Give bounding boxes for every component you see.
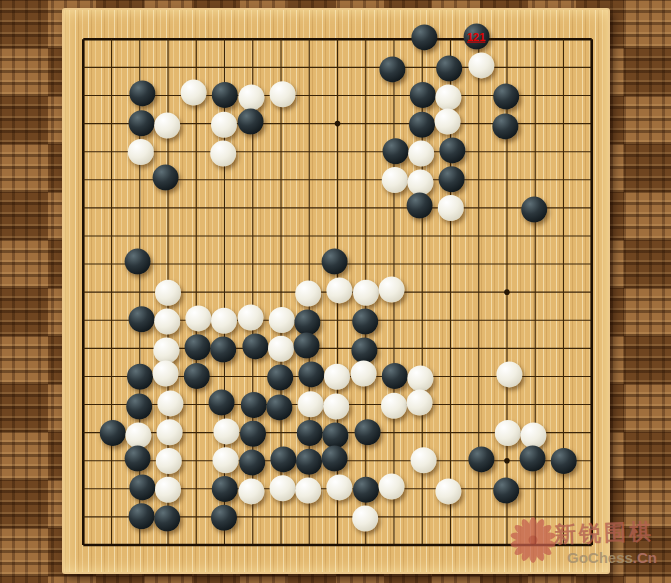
intersection[interactable] — [521, 531, 549, 559]
intersection[interactable] — [352, 25, 380, 53]
intersection[interactable] — [182, 25, 210, 53]
intersection[interactable] — [239, 53, 267, 81]
intersection[interactable] — [210, 278, 238, 306]
intersection[interactable] — [352, 531, 380, 559]
intersection[interactable] — [408, 250, 436, 278]
intersection[interactable] — [295, 110, 323, 138]
intersection[interactable] — [239, 419, 267, 447]
intersection[interactable] — [408, 25, 436, 53]
intersection[interactable] — [549, 25, 577, 53]
intersection[interactable] — [154, 25, 182, 53]
intersection[interactable] — [380, 390, 408, 418]
intersection[interactable] — [549, 419, 577, 447]
intersection[interactable] — [464, 475, 492, 503]
intersection[interactable] — [295, 194, 323, 222]
intersection[interactable] — [267, 306, 295, 334]
intersection[interactable] — [295, 362, 323, 390]
intersection[interactable] — [239, 306, 267, 334]
intersection[interactable] — [126, 334, 154, 362]
intersection[interactable] — [352, 419, 380, 447]
intersection[interactable] — [521, 81, 549, 109]
intersection[interactable] — [154, 362, 182, 390]
intersection[interactable] — [408, 278, 436, 306]
intersection[interactable] — [126, 278, 154, 306]
intersection[interactable] — [126, 194, 154, 222]
intersection[interactable] — [493, 390, 521, 418]
intersection[interactable] — [493, 250, 521, 278]
intersection[interactable] — [239, 278, 267, 306]
intersection[interactable] — [69, 475, 97, 503]
go-board[interactable]: 121 — [62, 8, 610, 574]
intersection[interactable] — [436, 531, 464, 559]
intersection[interactable] — [97, 194, 125, 222]
intersection[interactable] — [239, 194, 267, 222]
intersection[interactable] — [210, 166, 238, 194]
intersection[interactable] — [380, 531, 408, 559]
intersection[interactable] — [239, 475, 267, 503]
intersection[interactable] — [182, 447, 210, 475]
intersection[interactable] — [521, 334, 549, 362]
intersection[interactable] — [210, 362, 238, 390]
intersection[interactable] — [436, 390, 464, 418]
intersection[interactable] — [97, 362, 125, 390]
intersection[interactable] — [126, 222, 154, 250]
intersection[interactable] — [126, 166, 154, 194]
intersection[interactable] — [267, 110, 295, 138]
intersection[interactable] — [464, 503, 492, 531]
intersection[interactable] — [352, 250, 380, 278]
intersection[interactable] — [69, 503, 97, 531]
intersection[interactable] — [126, 362, 154, 390]
intersection[interactable] — [436, 306, 464, 334]
intersection[interactable] — [577, 419, 605, 447]
intersection[interactable] — [408, 222, 436, 250]
intersection[interactable] — [436, 110, 464, 138]
intersection[interactable] — [380, 25, 408, 53]
intersection[interactable] — [577, 362, 605, 390]
intersection[interactable] — [352, 110, 380, 138]
intersection[interactable] — [97, 53, 125, 81]
intersection[interactable] — [493, 25, 521, 53]
intersection[interactable] — [267, 194, 295, 222]
intersection[interactable] — [97, 503, 125, 531]
intersection[interactable] — [210, 419, 238, 447]
intersection[interactable] — [521, 278, 549, 306]
intersection[interactable] — [521, 110, 549, 138]
intersection[interactable] — [577, 138, 605, 166]
intersection[interactable] — [69, 278, 97, 306]
intersection[interactable] — [323, 334, 351, 362]
intersection[interactable] — [436, 25, 464, 53]
intersection[interactable] — [493, 81, 521, 109]
intersection[interactable] — [210, 222, 238, 250]
intersection[interactable] — [182, 503, 210, 531]
intersection[interactable] — [436, 419, 464, 447]
intersection[interactable] — [182, 362, 210, 390]
intersection[interactable] — [380, 81, 408, 109]
intersection[interactable] — [69, 53, 97, 81]
intersection[interactable] — [521, 447, 549, 475]
intersection[interactable] — [493, 278, 521, 306]
intersection[interactable] — [380, 278, 408, 306]
intersection[interactable] — [69, 166, 97, 194]
intersection[interactable] — [239, 138, 267, 166]
intersection[interactable] — [380, 250, 408, 278]
intersection[interactable] — [295, 53, 323, 81]
intersection[interactable] — [126, 503, 154, 531]
intersection[interactable] — [408, 53, 436, 81]
intersection[interactable] — [408, 138, 436, 166]
intersection[interactable] — [210, 110, 238, 138]
intersection[interactable] — [295, 278, 323, 306]
intersection[interactable] — [210, 503, 238, 531]
intersection[interactable] — [380, 306, 408, 334]
intersection[interactable] — [97, 447, 125, 475]
intersection[interactable] — [182, 390, 210, 418]
intersection[interactable] — [464, 306, 492, 334]
intersection[interactable] — [549, 306, 577, 334]
intersection[interactable] — [69, 110, 97, 138]
intersection[interactable] — [380, 53, 408, 81]
intersection[interactable] — [267, 334, 295, 362]
intersection[interactable] — [352, 306, 380, 334]
intersection[interactable] — [69, 138, 97, 166]
intersection[interactable] — [267, 25, 295, 53]
intersection[interactable] — [295, 531, 323, 559]
intersection[interactable] — [352, 278, 380, 306]
intersection[interactable] — [408, 531, 436, 559]
intersection[interactable] — [521, 306, 549, 334]
intersection[interactable] — [323, 306, 351, 334]
intersection[interactable] — [154, 419, 182, 447]
intersection[interactable] — [69, 531, 97, 559]
intersection[interactable] — [295, 419, 323, 447]
intersection[interactable] — [295, 81, 323, 109]
intersection[interactable] — [380, 166, 408, 194]
intersection[interactable] — [239, 503, 267, 531]
intersection[interactable] — [493, 194, 521, 222]
intersection[interactable] — [295, 503, 323, 531]
intersection[interactable] — [380, 362, 408, 390]
intersection[interactable] — [267, 53, 295, 81]
intersection[interactable] — [154, 81, 182, 109]
intersection[interactable] — [380, 194, 408, 222]
intersection[interactable] — [210, 306, 238, 334]
intersection[interactable] — [577, 250, 605, 278]
intersection[interactable] — [210, 194, 238, 222]
intersection[interactable] — [493, 166, 521, 194]
intersection[interactable] — [210, 25, 238, 53]
intersection[interactable] — [577, 447, 605, 475]
intersection[interactable] — [493, 334, 521, 362]
intersection[interactable] — [126, 110, 154, 138]
intersection[interactable] — [549, 53, 577, 81]
intersection[interactable] — [521, 222, 549, 250]
intersection[interactable] — [352, 362, 380, 390]
intersection[interactable] — [436, 447, 464, 475]
intersection[interactable] — [323, 222, 351, 250]
intersection[interactable] — [549, 334, 577, 362]
intersection[interactable] — [408, 419, 436, 447]
intersection[interactable] — [464, 447, 492, 475]
intersection[interactable] — [182, 250, 210, 278]
intersection[interactable] — [97, 306, 125, 334]
intersection[interactable] — [577, 222, 605, 250]
intersection[interactable] — [267, 531, 295, 559]
intersection[interactable] — [352, 138, 380, 166]
intersection[interactable] — [436, 166, 464, 194]
intersection[interactable] — [577, 278, 605, 306]
intersection[interactable] — [521, 362, 549, 390]
intersection[interactable] — [97, 390, 125, 418]
intersection[interactable] — [493, 419, 521, 447]
intersection[interactable] — [323, 194, 351, 222]
intersection[interactable] — [295, 475, 323, 503]
intersection[interactable] — [267, 419, 295, 447]
intersection[interactable] — [436, 81, 464, 109]
intersection[interactable] — [210, 531, 238, 559]
intersection[interactable] — [239, 222, 267, 250]
intersection[interactable] — [69, 25, 97, 53]
intersection[interactable] — [464, 138, 492, 166]
intersection[interactable] — [154, 447, 182, 475]
intersection[interactable] — [154, 222, 182, 250]
intersection[interactable] — [239, 166, 267, 194]
intersection[interactable] — [295, 138, 323, 166]
intersection[interactable] — [154, 194, 182, 222]
intersection[interactable] — [126, 419, 154, 447]
intersection[interactable] — [239, 390, 267, 418]
intersection[interactable] — [549, 250, 577, 278]
intersection[interactable] — [295, 166, 323, 194]
intersection[interactable] — [97, 166, 125, 194]
intersection[interactable] — [549, 222, 577, 250]
intersection[interactable] — [295, 390, 323, 418]
intersection[interactable] — [464, 362, 492, 390]
intersection[interactable] — [126, 138, 154, 166]
intersection[interactable] — [97, 278, 125, 306]
intersection[interactable] — [239, 110, 267, 138]
intersection[interactable] — [267, 447, 295, 475]
intersection[interactable] — [210, 250, 238, 278]
intersection[interactable] — [408, 110, 436, 138]
intersection[interactable] — [182, 306, 210, 334]
intersection[interactable] — [97, 81, 125, 109]
intersection[interactable] — [182, 194, 210, 222]
intersection[interactable] — [182, 138, 210, 166]
intersection[interactable] — [154, 475, 182, 503]
intersection[interactable] — [352, 81, 380, 109]
intersection[interactable] — [154, 503, 182, 531]
intersection[interactable] — [323, 475, 351, 503]
intersection[interactable] — [521, 53, 549, 81]
intersection[interactable] — [352, 390, 380, 418]
intersection[interactable] — [154, 250, 182, 278]
intersection[interactable] — [464, 110, 492, 138]
intersection[interactable] — [295, 306, 323, 334]
intersection[interactable] — [408, 306, 436, 334]
intersection[interactable] — [521, 475, 549, 503]
intersection[interactable] — [493, 362, 521, 390]
intersection[interactable] — [577, 390, 605, 418]
intersection[interactable] — [210, 390, 238, 418]
intersection[interactable] — [352, 475, 380, 503]
intersection[interactable] — [380, 110, 408, 138]
intersection[interactable] — [436, 194, 464, 222]
intersection[interactable] — [267, 138, 295, 166]
intersection[interactable] — [126, 53, 154, 81]
intersection[interactable] — [577, 531, 605, 559]
intersection[interactable] — [69, 390, 97, 418]
intersection[interactable] — [97, 138, 125, 166]
intersection[interactable] — [154, 110, 182, 138]
intersection[interactable] — [323, 138, 351, 166]
intersection[interactable] — [464, 390, 492, 418]
intersection[interactable] — [69, 81, 97, 109]
intersection[interactable] — [323, 419, 351, 447]
intersection[interactable] — [493, 447, 521, 475]
intersection[interactable] — [436, 278, 464, 306]
intersection[interactable] — [408, 81, 436, 109]
intersection[interactable] — [577, 334, 605, 362]
intersection[interactable] — [323, 25, 351, 53]
intersection[interactable] — [154, 53, 182, 81]
intersection[interactable] — [436, 334, 464, 362]
intersection[interactable]: 121 — [464, 25, 492, 53]
intersection[interactable] — [408, 503, 436, 531]
intersection[interactable] — [577, 110, 605, 138]
intersection[interactable] — [380, 475, 408, 503]
intersection[interactable] — [549, 81, 577, 109]
intersection[interactable] — [126, 531, 154, 559]
intersection[interactable] — [408, 334, 436, 362]
intersection[interactable] — [380, 503, 408, 531]
intersection[interactable] — [549, 166, 577, 194]
intersection[interactable] — [352, 447, 380, 475]
intersection[interactable] — [549, 503, 577, 531]
intersection[interactable] — [493, 53, 521, 81]
intersection[interactable] — [464, 194, 492, 222]
intersection[interactable] — [464, 278, 492, 306]
intersection[interactable] — [97, 334, 125, 362]
intersection[interactable] — [464, 53, 492, 81]
intersection[interactable] — [577, 194, 605, 222]
intersection[interactable] — [549, 138, 577, 166]
intersection[interactable] — [577, 503, 605, 531]
intersection[interactable] — [352, 503, 380, 531]
intersection[interactable] — [549, 475, 577, 503]
intersection[interactable] — [521, 138, 549, 166]
intersection[interactable] — [464, 334, 492, 362]
intersection[interactable] — [210, 81, 238, 109]
intersection[interactable] — [295, 447, 323, 475]
intersection[interactable] — [464, 166, 492, 194]
intersection[interactable] — [352, 53, 380, 81]
intersection[interactable] — [267, 390, 295, 418]
intersection[interactable] — [267, 222, 295, 250]
intersection[interactable] — [323, 110, 351, 138]
intersection[interactable] — [380, 222, 408, 250]
intersection[interactable] — [408, 447, 436, 475]
intersection[interactable] — [493, 110, 521, 138]
intersection[interactable] — [436, 138, 464, 166]
intersection[interactable] — [182, 278, 210, 306]
intersection[interactable] — [69, 222, 97, 250]
intersection[interactable] — [295, 25, 323, 53]
intersection[interactable] — [408, 194, 436, 222]
intersection[interactable] — [521, 390, 549, 418]
intersection[interactable] — [182, 110, 210, 138]
intersection[interactable] — [239, 334, 267, 362]
intersection[interactable] — [408, 475, 436, 503]
intersection[interactable] — [323, 390, 351, 418]
intersection[interactable] — [436, 222, 464, 250]
intersection[interactable] — [267, 475, 295, 503]
intersection[interactable] — [182, 531, 210, 559]
intersection[interactable] — [154, 306, 182, 334]
intersection[interactable] — [549, 531, 577, 559]
intersection[interactable] — [521, 503, 549, 531]
intersection[interactable] — [97, 475, 125, 503]
intersection[interactable] — [69, 334, 97, 362]
intersection[interactable] — [267, 250, 295, 278]
intersection[interactable] — [69, 306, 97, 334]
intersection[interactable] — [182, 334, 210, 362]
intersection[interactable] — [182, 475, 210, 503]
intersection[interactable] — [126, 81, 154, 109]
intersection[interactable] — [323, 166, 351, 194]
intersection[interactable] — [182, 81, 210, 109]
intersection[interactable] — [210, 138, 238, 166]
intersection[interactable] — [267, 503, 295, 531]
intersection[interactable] — [408, 166, 436, 194]
intersection[interactable] — [126, 390, 154, 418]
intersection[interactable] — [295, 250, 323, 278]
intersection[interactable] — [577, 166, 605, 194]
intersection[interactable] — [521, 419, 549, 447]
intersection[interactable] — [182, 222, 210, 250]
intersection[interactable] — [267, 362, 295, 390]
intersection[interactable] — [493, 475, 521, 503]
intersection[interactable] — [239, 25, 267, 53]
intersection[interactable] — [97, 250, 125, 278]
intersection[interactable] — [154, 278, 182, 306]
intersection[interactable] — [436, 475, 464, 503]
intersection[interactable] — [69, 447, 97, 475]
intersection[interactable] — [69, 194, 97, 222]
intersection[interactable] — [577, 475, 605, 503]
intersection[interactable] — [69, 250, 97, 278]
intersection[interactable] — [521, 250, 549, 278]
intersection[interactable] — [267, 278, 295, 306]
intersection[interactable] — [323, 250, 351, 278]
intersection[interactable] — [154, 138, 182, 166]
intersection[interactable] — [464, 250, 492, 278]
intersection[interactable] — [380, 138, 408, 166]
intersection[interactable] — [323, 362, 351, 390]
intersection[interactable] — [210, 53, 238, 81]
intersection[interactable] — [126, 250, 154, 278]
intersection[interactable] — [464, 222, 492, 250]
intersection[interactable] — [549, 447, 577, 475]
intersection[interactable] — [182, 419, 210, 447]
intersection[interactable] — [323, 503, 351, 531]
intersection[interactable] — [323, 531, 351, 559]
intersection[interactable] — [295, 222, 323, 250]
intersection[interactable] — [210, 334, 238, 362]
intersection[interactable] — [97, 25, 125, 53]
intersection[interactable] — [154, 531, 182, 559]
